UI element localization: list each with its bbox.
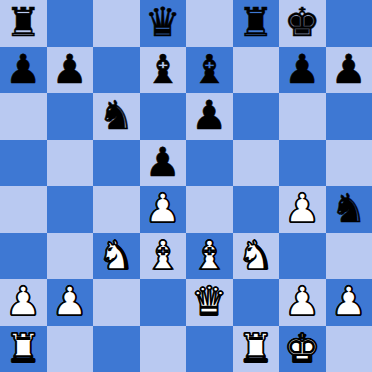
square-g8[interactable]: ♚ bbox=[279, 0, 326, 47]
piece-black-bishop-e7[interactable]: ♝ bbox=[191, 49, 227, 89]
square-a3[interactable] bbox=[0, 233, 47, 280]
square-b4[interactable] bbox=[47, 186, 94, 233]
square-d7[interactable]: ♝ bbox=[140, 47, 187, 94]
square-g6[interactable] bbox=[279, 93, 326, 140]
square-e7[interactable]: ♝ bbox=[186, 47, 233, 94]
piece-black-pawn-b7[interactable]: ♟ bbox=[52, 49, 88, 89]
square-f7[interactable] bbox=[233, 47, 280, 94]
square-d5[interactable]: ♟ bbox=[140, 140, 187, 187]
piece-black-king-g8[interactable]: ♚ bbox=[284, 2, 320, 42]
piece-black-pawn-d5[interactable]: ♟ bbox=[145, 142, 181, 182]
piece-white-pawn-a2[interactable]: ♟ bbox=[5, 281, 41, 321]
square-e2[interactable]: ♛ bbox=[186, 279, 233, 326]
piece-black-pawn-h7[interactable]: ♟ bbox=[331, 49, 367, 89]
piece-black-pawn-g7[interactable]: ♟ bbox=[284, 49, 320, 89]
piece-black-knight-c6[interactable]: ♞ bbox=[98, 95, 134, 135]
piece-black-pawn-e6[interactable]: ♟ bbox=[191, 95, 227, 135]
square-c4[interactable] bbox=[93, 186, 140, 233]
square-a8[interactable]: ♜ bbox=[0, 0, 47, 47]
square-e8[interactable] bbox=[186, 0, 233, 47]
square-g3[interactable] bbox=[279, 233, 326, 280]
square-d8[interactable]: ♛ bbox=[140, 0, 187, 47]
square-f5[interactable] bbox=[233, 140, 280, 187]
square-e6[interactable]: ♟ bbox=[186, 93, 233, 140]
square-h1[interactable] bbox=[326, 326, 372, 372]
square-e3[interactable]: ♝ bbox=[186, 233, 233, 280]
square-c5[interactable] bbox=[93, 140, 140, 187]
piece-white-rook-a1[interactable]: ♜ bbox=[5, 328, 41, 368]
square-f8[interactable]: ♜ bbox=[233, 0, 280, 47]
square-d2[interactable] bbox=[140, 279, 187, 326]
piece-black-rook-f8[interactable]: ♜ bbox=[238, 2, 274, 42]
square-f6[interactable] bbox=[233, 93, 280, 140]
square-g1[interactable]: ♚ bbox=[279, 326, 326, 372]
square-g4[interactable]: ♟ bbox=[279, 186, 326, 233]
square-a1[interactable]: ♜ bbox=[0, 326, 47, 372]
square-f2[interactable] bbox=[233, 279, 280, 326]
square-c6[interactable]: ♞ bbox=[93, 93, 140, 140]
square-b5[interactable] bbox=[47, 140, 94, 187]
square-b6[interactable] bbox=[47, 93, 94, 140]
square-a7[interactable]: ♟ bbox=[0, 47, 47, 94]
piece-black-rook-a8[interactable]: ♜ bbox=[5, 2, 41, 42]
piece-white-bishop-e3[interactable]: ♝ bbox=[191, 235, 227, 275]
piece-white-queen-e2[interactable]: ♛ bbox=[191, 281, 227, 321]
piece-white-pawn-d4[interactable]: ♟ bbox=[145, 188, 181, 228]
square-d3[interactable]: ♝ bbox=[140, 233, 187, 280]
square-b3[interactable] bbox=[47, 233, 94, 280]
square-c7[interactable] bbox=[93, 47, 140, 94]
piece-black-bishop-d7[interactable]: ♝ bbox=[145, 49, 181, 89]
square-f4[interactable] bbox=[233, 186, 280, 233]
square-g7[interactable]: ♟ bbox=[279, 47, 326, 94]
piece-black-knight-h4[interactable]: ♞ bbox=[331, 188, 367, 228]
square-b7[interactable]: ♟ bbox=[47, 47, 94, 94]
square-f3[interactable]: ♞ bbox=[233, 233, 280, 280]
square-e5[interactable] bbox=[186, 140, 233, 187]
piece-white-king-g1[interactable]: ♚ bbox=[284, 328, 320, 368]
piece-white-rook-f1[interactable]: ♜ bbox=[238, 328, 274, 368]
square-c2[interactable] bbox=[93, 279, 140, 326]
piece-white-knight-c3[interactable]: ♞ bbox=[98, 235, 134, 275]
square-c1[interactable] bbox=[93, 326, 140, 372]
square-g5[interactable] bbox=[279, 140, 326, 187]
square-h6[interactable] bbox=[326, 93, 372, 140]
square-a6[interactable] bbox=[0, 93, 47, 140]
square-e4[interactable] bbox=[186, 186, 233, 233]
square-c3[interactable]: ♞ bbox=[93, 233, 140, 280]
square-d4[interactable]: ♟ bbox=[140, 186, 187, 233]
chess-board: ♜♛♜♚♟♟♝♝♟♟♞♟♟♟♟♞♞♝♝♞♟♟♛♟♟♜♜♚ bbox=[0, 0, 372, 372]
square-h5[interactable] bbox=[326, 140, 372, 187]
square-a2[interactable]: ♟ bbox=[0, 279, 47, 326]
piece-white-pawn-b2[interactable]: ♟ bbox=[52, 281, 88, 321]
square-c8[interactable] bbox=[93, 0, 140, 47]
square-h7[interactable]: ♟ bbox=[326, 47, 372, 94]
piece-white-pawn-h2[interactable]: ♟ bbox=[331, 281, 367, 321]
piece-white-pawn-g4[interactable]: ♟ bbox=[284, 188, 320, 228]
square-h4[interactable]: ♞ bbox=[326, 186, 372, 233]
square-d6[interactable] bbox=[140, 93, 187, 140]
square-b2[interactable]: ♟ bbox=[47, 279, 94, 326]
square-b1[interactable] bbox=[47, 326, 94, 372]
square-g2[interactable]: ♟ bbox=[279, 279, 326, 326]
square-e1[interactable] bbox=[186, 326, 233, 372]
square-h2[interactable]: ♟ bbox=[326, 279, 372, 326]
piece-white-bishop-d3[interactable]: ♝ bbox=[145, 235, 181, 275]
piece-black-queen-d8[interactable]: ♛ bbox=[145, 2, 181, 42]
square-h8[interactable] bbox=[326, 0, 372, 47]
square-a5[interactable] bbox=[0, 140, 47, 187]
piece-white-knight-f3[interactable]: ♞ bbox=[238, 235, 274, 275]
square-d1[interactable] bbox=[140, 326, 187, 372]
piece-white-pawn-g2[interactable]: ♟ bbox=[284, 281, 320, 321]
square-b8[interactable] bbox=[47, 0, 94, 47]
chess-board-grid: ♜♛♜♚♟♟♝♝♟♟♞♟♟♟♟♞♞♝♝♞♟♟♛♟♟♜♜♚ bbox=[0, 0, 372, 372]
piece-black-pawn-a7[interactable]: ♟ bbox=[5, 49, 41, 89]
square-a4[interactable] bbox=[0, 186, 47, 233]
square-f1[interactable]: ♜ bbox=[233, 326, 280, 372]
square-h3[interactable] bbox=[326, 233, 372, 280]
